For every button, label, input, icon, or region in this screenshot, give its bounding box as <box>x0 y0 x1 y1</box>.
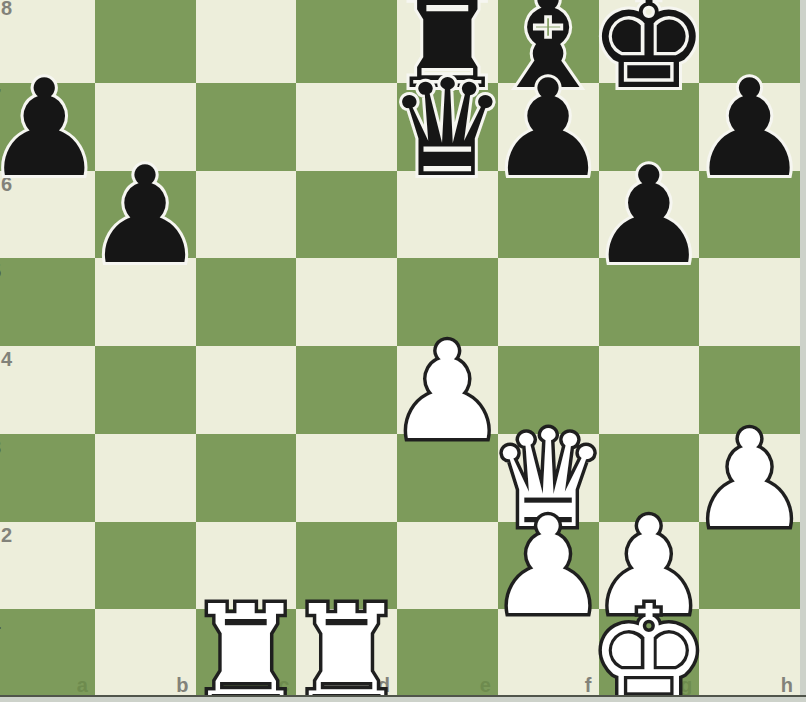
square-d8[interactable] <box>296 0 397 83</box>
black-king[interactable] <box>599 0 700 83</box>
page-edge-bottom <box>0 695 806 702</box>
square-d7[interactable] <box>296 83 397 171</box>
coord-rank-3: 3 <box>0 437 1 457</box>
square-b3[interactable] <box>95 434 196 522</box>
square-f7[interactable] <box>498 83 599 171</box>
square-b8[interactable] <box>95 0 196 83</box>
square-c5[interactable] <box>196 258 297 346</box>
square-a2[interactable]: 2 <box>0 522 95 610</box>
square-f5[interactable] <box>498 258 599 346</box>
square-c6[interactable] <box>196 171 297 259</box>
square-g4[interactable] <box>599 346 700 434</box>
white-king[interactable] <box>599 609 700 697</box>
coord-file-a: a <box>77 675 88 695</box>
black-pawn[interactable] <box>498 83 599 171</box>
square-e2[interactable] <box>397 522 498 610</box>
coord-rank-2: 2 <box>1 525 12 545</box>
square-h1[interactable]: h <box>699 609 800 697</box>
square-h5[interactable] <box>699 258 800 346</box>
square-c1[interactable]: c <box>196 609 297 697</box>
square-f2[interactable] <box>498 522 599 610</box>
square-c3[interactable] <box>196 434 297 522</box>
chess-board: 8 7 6 5 4 <box>0 0 806 702</box>
square-d4[interactable] <box>296 346 397 434</box>
square-g6[interactable] <box>599 171 700 259</box>
square-e4[interactable] <box>397 346 498 434</box>
square-c4[interactable] <box>196 346 297 434</box>
square-a3[interactable]: 3 <box>0 434 95 522</box>
square-e1[interactable]: e <box>397 609 498 697</box>
square-a1[interactable]: 1a <box>0 609 95 697</box>
black-pawn[interactable] <box>699 83 800 171</box>
white-pawn[interactable] <box>397 346 498 434</box>
black-pawn[interactable] <box>95 171 196 259</box>
white-pawn[interactable] <box>498 522 599 610</box>
square-h7[interactable] <box>699 83 800 171</box>
coord-file-e: e <box>480 675 491 695</box>
board-grid: 8 7 6 5 4 <box>0 0 800 697</box>
coord-rank-8: 8 <box>1 0 12 18</box>
square-d1[interactable]: d <box>296 609 397 697</box>
black-pawn[interactable] <box>599 171 700 259</box>
square-h3[interactable] <box>699 434 800 522</box>
square-b2[interactable] <box>95 522 196 610</box>
black-queen[interactable] <box>397 83 498 171</box>
black-pawn[interactable] <box>0 83 95 171</box>
square-b4[interactable] <box>95 346 196 434</box>
white-rook[interactable] <box>196 609 297 697</box>
coord-rank-5: 5 <box>0 261 1 281</box>
square-c7[interactable] <box>196 83 297 171</box>
square-a4[interactable]: 4 <box>0 346 95 434</box>
square-c8[interactable] <box>196 0 297 83</box>
square-b1[interactable]: b <box>95 609 196 697</box>
square-a5[interactable]: 5 <box>0 258 95 346</box>
square-e7[interactable] <box>397 83 498 171</box>
coord-file-h: h <box>781 675 793 695</box>
square-d3[interactable] <box>296 434 397 522</box>
white-pawn[interactable] <box>699 434 800 522</box>
square-a7[interactable]: 7 <box>0 83 95 171</box>
coord-rank-1: 1 <box>0 612 1 632</box>
square-d5[interactable] <box>296 258 397 346</box>
white-rook[interactable] <box>296 609 397 697</box>
square-b6[interactable] <box>95 171 196 259</box>
square-d6[interactable] <box>296 171 397 259</box>
coord-rank-4: 4 <box>1 349 12 369</box>
page-edge-right <box>800 0 806 702</box>
square-g8[interactable] <box>599 0 700 83</box>
square-g1[interactable]: g <box>599 609 700 697</box>
